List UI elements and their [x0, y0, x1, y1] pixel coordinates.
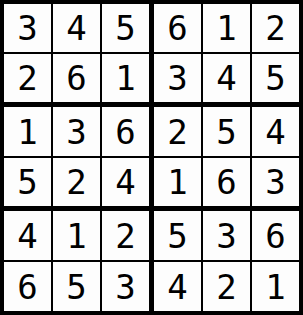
- sudoku-cell-r5c1: 4: [4, 211, 53, 262]
- sudoku-cell-r6c5: 2: [203, 262, 252, 311]
- sudoku-cell-r5c5: 3: [203, 211, 252, 262]
- sudoku-cell-r2c6: 5: [252, 54, 299, 107]
- sudoku-board-wrapper: 345612261345136254524163412536653421: [0, 0, 303, 315]
- sudoku-cell-r6c4: 4: [154, 262, 203, 311]
- sudoku-cell-r2c5: 4: [203, 54, 252, 107]
- sudoku-cell-r2c4: 3: [154, 54, 203, 107]
- sudoku-cell-r5c6: 6: [252, 211, 299, 262]
- sudoku-cell-r4c5: 6: [203, 158, 252, 211]
- sudoku-cell-r6c1: 6: [4, 262, 53, 311]
- sudoku-cell-r5c4: 5: [154, 211, 203, 262]
- sudoku-cell-r5c2: 1: [53, 211, 102, 262]
- sudoku-cell-r1c4: 6: [154, 4, 203, 54]
- sudoku-cell-r4c2: 2: [53, 158, 102, 211]
- sudoku-cell-r3c5: 5: [203, 107, 252, 158]
- sudoku-cell-r2c3: 1: [102, 54, 154, 107]
- sudoku-cell-r6c3: 3: [102, 262, 154, 311]
- sudoku-cell-r6c2: 5: [53, 262, 102, 311]
- sudoku-cell-r5c3: 2: [102, 211, 154, 262]
- sudoku-cell-r3c6: 4: [252, 107, 299, 158]
- sudoku-cell-r2c1: 2: [4, 54, 53, 107]
- sudoku-cell-r1c2: 4: [53, 4, 102, 54]
- sudoku-cell-r3c1: 1: [4, 107, 53, 158]
- sudoku-cell-r4c3: 4: [102, 158, 154, 211]
- sudoku-cell-r4c6: 3: [252, 158, 299, 211]
- sudoku-board: 345612261345136254524163412536653421: [0, 0, 303, 315]
- sudoku-cell-r2c2: 6: [53, 54, 102, 107]
- sudoku-cell-r1c3: 5: [102, 4, 154, 54]
- sudoku-cell-r4c1: 5: [4, 158, 53, 211]
- sudoku-cell-r6c6: 1: [252, 262, 299, 311]
- sudoku-cell-r3c3: 6: [102, 107, 154, 158]
- sudoku-cell-r1c6: 2: [252, 4, 299, 54]
- sudoku-cell-r4c4: 1: [154, 158, 203, 211]
- sudoku-cell-r3c2: 3: [53, 107, 102, 158]
- sudoku-cell-r3c4: 2: [154, 107, 203, 158]
- sudoku-cell-r1c1: 3: [4, 4, 53, 54]
- sudoku-cell-r1c5: 1: [203, 4, 252, 54]
